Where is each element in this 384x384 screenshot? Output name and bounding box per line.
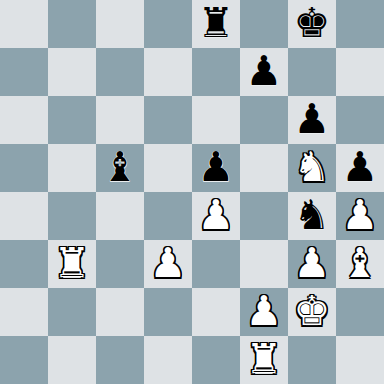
square-h3[interactable]: ♝	[336, 240, 384, 288]
square-d4[interactable]	[144, 192, 192, 240]
square-d7[interactable]	[144, 48, 192, 96]
square-b4[interactable]	[48, 192, 96, 240]
square-a3[interactable]	[0, 240, 48, 288]
square-a2[interactable]	[0, 288, 48, 336]
square-h5[interactable]: ♟	[336, 144, 384, 192]
square-c4[interactable]	[96, 192, 144, 240]
square-h4[interactable]: ♟	[336, 192, 384, 240]
square-d8[interactable]	[144, 0, 192, 48]
square-a8[interactable]	[0, 0, 48, 48]
white-rook[interactable]: ♜	[54, 239, 91, 287]
square-f5[interactable]	[240, 144, 288, 192]
black-rook[interactable]: ♜	[198, 0, 235, 47]
square-g3[interactable]: ♟	[288, 240, 336, 288]
black-bishop[interactable]: ♝	[102, 143, 139, 191]
square-g2[interactable]: ♚	[288, 288, 336, 336]
square-f8[interactable]	[240, 0, 288, 48]
square-e6[interactable]	[192, 96, 240, 144]
square-b6[interactable]	[48, 96, 96, 144]
square-a7[interactable]	[0, 48, 48, 96]
white-pawn[interactable]: ♟	[150, 239, 187, 287]
square-e1[interactable]	[192, 336, 240, 384]
square-f3[interactable]	[240, 240, 288, 288]
square-d5[interactable]	[144, 144, 192, 192]
square-f1[interactable]: ♜	[240, 336, 288, 384]
square-e3[interactable]	[192, 240, 240, 288]
square-g8[interactable]: ♚	[288, 0, 336, 48]
white-king[interactable]: ♚	[294, 287, 331, 335]
square-c7[interactable]	[96, 48, 144, 96]
chess-board: ♜♚♟♟♝♟♞♟♟♞♟♜♟♟♝♟♚♜	[0, 0, 384, 384]
square-f7[interactable]: ♟	[240, 48, 288, 96]
square-d1[interactable]	[144, 336, 192, 384]
white-pawn[interactable]: ♟	[198, 191, 235, 239]
square-b7[interactable]	[48, 48, 96, 96]
square-b1[interactable]	[48, 336, 96, 384]
square-g4[interactable]: ♞	[288, 192, 336, 240]
white-pawn[interactable]: ♟	[342, 191, 379, 239]
square-g6[interactable]: ♟	[288, 96, 336, 144]
square-e5[interactable]: ♟	[192, 144, 240, 192]
square-f4[interactable]	[240, 192, 288, 240]
square-e4[interactable]: ♟	[192, 192, 240, 240]
square-h6[interactable]	[336, 96, 384, 144]
square-c5[interactable]: ♝	[96, 144, 144, 192]
square-g1[interactable]	[288, 336, 336, 384]
white-pawn[interactable]: ♟	[294, 239, 331, 287]
black-pawn[interactable]: ♟	[198, 143, 235, 191]
square-a5[interactable]	[0, 144, 48, 192]
square-f2[interactable]: ♟	[240, 288, 288, 336]
square-b5[interactable]	[48, 144, 96, 192]
black-pawn[interactable]: ♟	[294, 95, 331, 143]
square-d6[interactable]	[144, 96, 192, 144]
square-a6[interactable]	[0, 96, 48, 144]
square-h7[interactable]	[336, 48, 384, 96]
white-pawn[interactable]: ♟	[246, 287, 283, 335]
black-pawn[interactable]: ♟	[342, 143, 379, 191]
square-h1[interactable]	[336, 336, 384, 384]
square-g5[interactable]: ♞	[288, 144, 336, 192]
square-e2[interactable]	[192, 288, 240, 336]
square-h2[interactable]	[336, 288, 384, 336]
square-d3[interactable]: ♟	[144, 240, 192, 288]
square-c6[interactable]	[96, 96, 144, 144]
white-rook[interactable]: ♜	[246, 335, 283, 383]
square-e7[interactable]	[192, 48, 240, 96]
black-king[interactable]: ♚	[294, 0, 331, 47]
square-d2[interactable]	[144, 288, 192, 336]
square-b8[interactable]	[48, 0, 96, 48]
square-h8[interactable]	[336, 0, 384, 48]
square-a4[interactable]	[0, 192, 48, 240]
white-knight[interactable]: ♞	[294, 143, 331, 191]
square-f6[interactable]	[240, 96, 288, 144]
square-a1[interactable]	[0, 336, 48, 384]
black-knight[interactable]: ♞	[294, 191, 331, 239]
square-g7[interactable]	[288, 48, 336, 96]
square-c1[interactable]	[96, 336, 144, 384]
square-c3[interactable]	[96, 240, 144, 288]
square-c8[interactable]	[96, 0, 144, 48]
black-pawn[interactable]: ♟	[246, 47, 283, 95]
square-b2[interactable]	[48, 288, 96, 336]
square-e8[interactable]: ♜	[192, 0, 240, 48]
white-bishop[interactable]: ♝	[342, 239, 379, 287]
square-c2[interactable]	[96, 288, 144, 336]
square-b3[interactable]: ♜	[48, 240, 96, 288]
